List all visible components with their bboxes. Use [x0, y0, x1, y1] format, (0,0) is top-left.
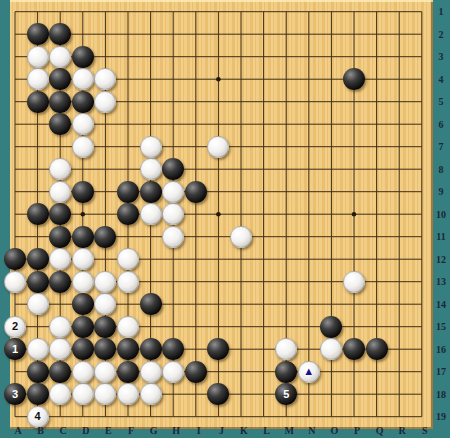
go-board[interactable]: 1352▲4	[10, 0, 433, 429]
column-label-o: O	[326, 426, 342, 436]
column-label-q: Q	[372, 426, 388, 436]
column-label-k: K	[236, 426, 252, 436]
go-stone-white-f15	[117, 316, 139, 338]
column-label-p: P	[349, 426, 365, 436]
go-stone-white-p13	[343, 271, 365, 293]
go-stone-black-d11	[72, 226, 94, 248]
go-stone-black-d15	[72, 316, 94, 338]
go-stone-black-f9	[117, 181, 139, 203]
go-stone-white-h11	[162, 226, 184, 248]
go-stone-black-b5	[27, 91, 49, 113]
go-stone-white-g7	[140, 136, 162, 158]
row-label-13: 13	[432, 277, 450, 287]
go-stone-white-d7	[72, 136, 94, 158]
go-stone-white-a13	[4, 271, 26, 293]
go-stone-white-h17	[162, 361, 184, 383]
go-stone-white-e13	[94, 271, 116, 293]
column-label-b: B	[33, 426, 49, 436]
move-number-label: 3	[12, 389, 18, 400]
go-stone-white-g10	[140, 203, 162, 225]
column-label-r: R	[394, 426, 410, 436]
go-stone-white-n17: ▲	[298, 361, 320, 383]
move-number-label: 1	[12, 344, 18, 355]
go-stone-black-b13	[27, 271, 49, 293]
go-stone-black-g14	[140, 293, 162, 315]
go-stone-black-e15	[94, 316, 116, 338]
column-label-f: F	[123, 426, 139, 436]
row-label-14: 14	[432, 300, 450, 310]
column-label-c: C	[55, 426, 71, 436]
go-stone-white-d17	[72, 361, 94, 383]
go-stone-black-d5	[72, 91, 94, 113]
go-stone-white-d12	[72, 248, 94, 270]
row-label-7: 7	[432, 142, 450, 152]
column-label-e: E	[100, 426, 116, 436]
go-stone-black-g9	[140, 181, 162, 203]
go-stone-black-c5	[49, 91, 71, 113]
go-stone-white-d6	[72, 113, 94, 135]
go-stone-black-d14	[72, 293, 94, 315]
go-stone-black-i9	[185, 181, 207, 203]
go-stone-white-c15	[49, 316, 71, 338]
go-stone-white-f13	[117, 271, 139, 293]
go-app-window: 1352▲4 ABCDEFGHIJKLMNOPQRS12345678910111…	[0, 0, 450, 438]
go-stone-black-d9	[72, 181, 94, 203]
column-label-j: J	[213, 426, 229, 436]
go-stone-black-b18	[27, 383, 49, 405]
go-stone-white-c3	[49, 46, 71, 68]
move-number-label: 4	[35, 411, 41, 422]
go-stone-white-b14	[27, 293, 49, 315]
row-label-16: 16	[432, 345, 450, 355]
go-stone-white-e17	[94, 361, 116, 383]
go-stone-white-b4	[27, 68, 49, 90]
go-stone-white-d13	[72, 271, 94, 293]
go-stone-white-a15: 2	[4, 316, 26, 338]
row-label-5: 5	[432, 97, 450, 107]
go-stone-white-g17	[140, 361, 162, 383]
go-stone-black-d16	[72, 338, 94, 360]
column-label-l: L	[259, 426, 275, 436]
go-stone-black-b2	[27, 23, 49, 45]
go-stone-black-q16	[366, 338, 388, 360]
column-label-s: S	[417, 426, 433, 436]
move-number-label: 2	[12, 321, 18, 332]
go-stone-black-e11	[94, 226, 116, 248]
go-stone-black-b12	[27, 248, 49, 270]
move-number-label: 5	[283, 389, 289, 400]
go-stone-black-o15	[320, 316, 342, 338]
row-label-2: 2	[432, 30, 450, 40]
go-stone-white-g18	[140, 383, 162, 405]
row-label-1: 1	[432, 7, 450, 17]
go-stone-white-c9	[49, 181, 71, 203]
row-label-6: 6	[432, 120, 450, 130]
go-stone-white-e5	[94, 91, 116, 113]
column-label-h: H	[168, 426, 184, 436]
go-stone-white-g8	[140, 158, 162, 180]
row-label-4: 4	[432, 75, 450, 85]
row-label-8: 8	[432, 165, 450, 175]
go-stone-black-d3	[72, 46, 94, 68]
row-label-11: 11	[432, 232, 450, 242]
row-label-10: 10	[432, 210, 450, 220]
go-stone-white-d4	[72, 68, 94, 90]
column-label-d: D	[78, 426, 94, 436]
column-label-g: G	[146, 426, 162, 436]
go-stone-black-c17	[49, 361, 71, 383]
go-stone-white-h9	[162, 181, 184, 203]
go-stone-black-c11	[49, 226, 71, 248]
go-stone-white-b16	[27, 338, 49, 360]
triangle-mark-icon: ▲	[303, 366, 314, 377]
go-stone-black-f17	[117, 361, 139, 383]
row-label-17: 17	[432, 367, 450, 377]
go-stone-white-k11	[230, 226, 252, 248]
go-stone-black-i17	[185, 361, 207, 383]
row-label-15: 15	[432, 322, 450, 332]
go-stone-black-m17	[275, 361, 297, 383]
row-label-12: 12	[432, 255, 450, 265]
column-label-n: N	[304, 426, 320, 436]
row-label-19: 19	[432, 412, 450, 422]
column-label-m: M	[281, 426, 297, 436]
go-stone-black-b10	[27, 203, 49, 225]
column-label-i: I	[191, 426, 207, 436]
row-label-18: 18	[432, 390, 450, 400]
go-stone-black-g16	[140, 338, 162, 360]
row-label-3: 3	[432, 52, 450, 62]
go-stone-white-b3	[27, 46, 49, 68]
go-stone-white-j7	[207, 136, 229, 158]
go-stone-black-c13	[49, 271, 71, 293]
go-stone-white-d18	[72, 383, 94, 405]
row-label-9: 9	[432, 187, 450, 197]
go-stone-black-b17	[27, 361, 49, 383]
column-label-a: A	[10, 426, 26, 436]
